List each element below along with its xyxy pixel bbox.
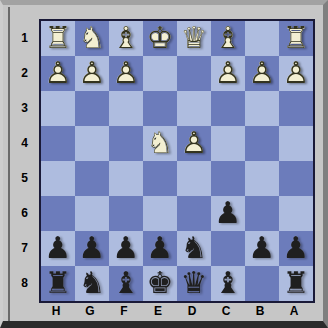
file-label-f: F	[107, 301, 141, 321]
square-f8[interactable]: ♝	[109, 266, 143, 301]
black-pawn: ♟	[245, 231, 279, 266]
square-h6[interactable]	[41, 196, 75, 231]
square-c8[interactable]: ♝	[211, 266, 245, 301]
file-label-c: C	[209, 301, 243, 321]
square-g1[interactable]: ♞♘	[75, 21, 109, 56]
square-f4[interactable]	[109, 126, 143, 161]
square-b1[interactable]	[245, 21, 279, 56]
rank-label-3: 3	[10, 91, 39, 126]
square-a5[interactable]	[279, 161, 313, 196]
file-label-d: D	[175, 301, 209, 321]
black-bishop: ♝	[211, 266, 245, 301]
square-d6[interactable]	[177, 196, 211, 231]
square-g4[interactable]	[75, 126, 109, 161]
white-pawn: ♟♙	[177, 126, 211, 161]
white-king: ♚♔	[143, 21, 177, 56]
square-c7[interactable]	[211, 231, 245, 266]
square-b2[interactable]: ♟♙	[245, 56, 279, 91]
rank-label-1: 1	[10, 21, 39, 56]
square-g5[interactable]	[75, 161, 109, 196]
square-e7[interactable]: ♟	[143, 231, 177, 266]
square-f7[interactable]: ♟	[109, 231, 143, 266]
square-h5[interactable]	[41, 161, 75, 196]
square-d7[interactable]: ♞	[177, 231, 211, 266]
white-knight: ♞♘	[75, 21, 109, 56]
white-pawn: ♟♙	[279, 56, 313, 91]
square-a4[interactable]	[279, 126, 313, 161]
rank-labels: 12345678	[10, 21, 39, 301]
white-knight: ♞♘	[143, 126, 177, 161]
square-d5[interactable]	[177, 161, 211, 196]
file-label-e: E	[141, 301, 175, 321]
square-b7[interactable]: ♟	[245, 231, 279, 266]
square-f6[interactable]	[109, 196, 143, 231]
black-queen: ♛	[177, 266, 211, 301]
square-h1[interactable]: ♜♖	[41, 21, 75, 56]
rank-label-6: 6	[10, 196, 39, 231]
file-labels: HGFEDCBA	[39, 301, 315, 321]
white-rook: ♜♖	[41, 21, 75, 56]
white-pawn: ♟♙	[245, 56, 279, 91]
rank-label-7: 7	[10, 231, 39, 266]
black-rook: ♜	[279, 266, 313, 301]
black-king: ♚	[143, 266, 177, 301]
square-c4[interactable]	[211, 126, 245, 161]
square-d1[interactable]: ♛♕	[177, 21, 211, 56]
white-rook: ♜♖	[279, 21, 313, 56]
square-f5[interactable]	[109, 161, 143, 196]
square-b4[interactable]	[245, 126, 279, 161]
square-h3[interactable]	[41, 91, 75, 126]
file-label-h: H	[39, 301, 73, 321]
rank-label-4: 4	[10, 126, 39, 161]
rank-label-5: 5	[10, 161, 39, 196]
rank-label-2: 2	[10, 56, 39, 91]
square-a8[interactable]: ♜	[279, 266, 313, 301]
square-e3[interactable]	[143, 91, 177, 126]
square-a3[interactable]	[279, 91, 313, 126]
white-bishop: ♝♗	[109, 21, 143, 56]
square-e1[interactable]: ♚♔	[143, 21, 177, 56]
square-f1[interactable]: ♝♗	[109, 21, 143, 56]
square-f2[interactable]: ♟♙	[109, 56, 143, 91]
square-e5[interactable]	[143, 161, 177, 196]
square-e6[interactable]	[143, 196, 177, 231]
square-b3[interactable]	[245, 91, 279, 126]
square-h7[interactable]: ♟	[41, 231, 75, 266]
file-label-b: B	[243, 301, 277, 321]
square-c1[interactable]: ♝♗	[211, 21, 245, 56]
black-rook: ♜	[41, 266, 75, 301]
square-b8[interactable]	[245, 266, 279, 301]
square-c3[interactable]	[211, 91, 245, 126]
square-h8[interactable]: ♜	[41, 266, 75, 301]
square-e2[interactable]	[143, 56, 177, 91]
square-a7[interactable]: ♟	[279, 231, 313, 266]
square-g6[interactable]	[75, 196, 109, 231]
chess-diagram-frame: 12345678 ♜♖♞♘♝♗♚♔♛♕♝♗♜♖♟♙♟♙♟♙♟♙♟♙♟♙♞♘♟♙♟…	[0, 0, 328, 328]
black-pawn: ♟	[143, 231, 177, 266]
square-c2[interactable]: ♟♙	[211, 56, 245, 91]
white-bishop: ♝♗	[211, 21, 245, 56]
square-d4[interactable]: ♟♙	[177, 126, 211, 161]
square-e4[interactable]: ♞♘	[143, 126, 177, 161]
chess-board: ♜♖♞♘♝♗♚♔♛♕♝♗♜♖♟♙♟♙♟♙♟♙♟♙♟♙♞♘♟♙♟♟♟♟♟♞♟♟♜♞…	[39, 19, 315, 303]
square-g2[interactable]: ♟♙	[75, 56, 109, 91]
white-pawn: ♟♙	[75, 56, 109, 91]
square-g7[interactable]: ♟	[75, 231, 109, 266]
black-pawn: ♟	[279, 231, 313, 266]
square-c5[interactable]	[211, 161, 245, 196]
white-pawn: ♟♙	[109, 56, 143, 91]
square-h2[interactable]: ♟♙	[41, 56, 75, 91]
black-pawn: ♟	[211, 196, 245, 231]
black-pawn: ♟	[109, 231, 143, 266]
square-b6[interactable]	[245, 196, 279, 231]
square-a1[interactable]: ♜♖	[279, 21, 313, 56]
black-pawn: ♟	[41, 231, 75, 266]
black-knight: ♞	[75, 266, 109, 301]
square-d2[interactable]	[177, 56, 211, 91]
white-queen: ♛♕	[177, 21, 211, 56]
square-c6[interactable]: ♟	[211, 196, 245, 231]
square-b5[interactable]	[245, 161, 279, 196]
black-knight: ♞	[177, 231, 211, 266]
file-label-a: A	[277, 301, 311, 321]
black-bishop: ♝	[109, 266, 143, 301]
white-pawn: ♟♙	[211, 56, 245, 91]
square-d3[interactable]	[177, 91, 211, 126]
square-f3[interactable]	[109, 91, 143, 126]
rank-label-8: 8	[10, 266, 39, 301]
white-pawn: ♟♙	[41, 56, 75, 91]
square-a6[interactable]	[279, 196, 313, 231]
square-g8[interactable]: ♞	[75, 266, 109, 301]
black-pawn: ♟	[75, 231, 109, 266]
square-d8[interactable]: ♛	[177, 266, 211, 301]
file-label-g: G	[73, 301, 107, 321]
square-h4[interactable]	[41, 126, 75, 161]
square-a2[interactable]: ♟♙	[279, 56, 313, 91]
square-e8[interactable]: ♚	[143, 266, 177, 301]
square-g3[interactable]	[75, 91, 109, 126]
